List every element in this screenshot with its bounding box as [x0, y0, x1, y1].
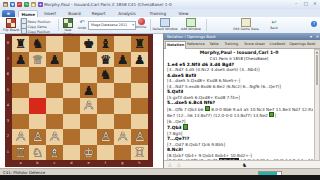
- flip-board-icon: [6, 18, 16, 28]
- online-button[interactable]: Online: [134, 18, 148, 30]
- close-button[interactable]: ×: [311, 1, 319, 7]
- square-e2[interactable]: [80, 129, 97, 145]
- maximize-button[interactable]: □: [302, 1, 310, 7]
- black-pawn: ♟: [49, 52, 60, 68]
- print-icon[interactable]: ▣: [31, 2, 36, 7]
- board-icon[interactable]: ▦: [3, 2, 8, 7]
- square-a1[interactable]: ♖: [12, 145, 29, 161]
- square-a4[interactable]: [12, 98, 29, 114]
- redo-icon[interactable]: ↷: [24, 2, 29, 7]
- black-rook: ♜: [134, 36, 145, 52]
- notation-tab-training[interactable]: Training: [222, 41, 241, 48]
- white-king: ♔: [83, 145, 94, 161]
- square-h1[interactable]: ♖: [131, 145, 148, 161]
- board-panel: ♜♞♚♝♜♟♕♟♛♟♟♞♟♙♙♙♙♙♙♙♖♘♗♔♖ 87654321 abcde…: [0, 33, 163, 168]
- back-button[interactable]: ↩ Back: [266, 18, 282, 31]
- file-label-b: b: [29, 161, 46, 165]
- new-icon[interactable]: ✦: [38, 2, 43, 7]
- square-a6[interactable]: [12, 67, 29, 83]
- ribbon-tab-view[interactable]: View: [174, 10, 192, 17]
- back-arrow-icon: ↩: [266, 18, 282, 26]
- file-label-h: h: [131, 161, 148, 165]
- square-h8[interactable]: ♜: [131, 36, 148, 52]
- square-g1[interactable]: [114, 145, 131, 161]
- square-e5[interactable]: ♟: [80, 83, 97, 99]
- notation-scrollbar[interactable]: ▲: [314, 49, 320, 163]
- annotation-triangle-icon[interactable]: △: [168, 162, 171, 167]
- square-b1[interactable]: ♘: [29, 145, 46, 161]
- notation-line[interactable]: Be7 (12...h6 13.Bxf7) (12.0-0-0 13.Bxf7)…: [167, 112, 313, 119]
- ribbon-tab-board[interactable]: Board: [64, 10, 85, 17]
- square-h2[interactable]: ♙: [131, 129, 148, 145]
- square-d6[interactable]: [63, 67, 80, 83]
- add-window-icon: [186, 18, 196, 27]
- flip-board-button[interactable]: Flip Board: [2, 18, 20, 33]
- square-g5[interactable]: [114, 83, 131, 99]
- rank-label-1: 1: [5, 150, 11, 154]
- panel-close-icon[interactable]: ✕: [316, 34, 319, 39]
- square-b8[interactable]: ♞: [29, 36, 46, 52]
- rank-label-7: 7: [5, 57, 11, 61]
- square-d2[interactable]: [63, 129, 80, 145]
- white-bishop: ♗: [49, 145, 60, 161]
- annotation-triangle-icon[interactable]: △: [177, 162, 180, 167]
- file-label-g: g: [114, 161, 131, 165]
- game-event-header: C41 Paris it 1858 [ChessBase]: [164, 56, 314, 61]
- black-pawn: ♟: [15, 52, 26, 68]
- square-c2[interactable]: ♙: [46, 129, 63, 145]
- ribbon-tab-row: ≡ HomeInsertBoardReportAnalysisTrainingV…: [0, 9, 320, 17]
- rank-label-3: 3: [5, 119, 11, 123]
- square-g2[interactable]: ♙: [114, 129, 131, 145]
- rank-label-5: 5: [5, 88, 11, 92]
- square-c7[interactable]: ♟: [46, 52, 63, 68]
- scrollbar-thumb[interactable]: [316, 55, 319, 85]
- add-window-button[interactable]: Add Window: [180, 18, 202, 32]
- black-pawn: ♟: [83, 83, 94, 99]
- white-pawn: ♙: [100, 129, 111, 145]
- white-pawn: ♙: [134, 129, 145, 145]
- black-rook: ♜: [15, 36, 26, 52]
- black-knight: ♞: [32, 36, 43, 52]
- white-pawn: ♙: [32, 129, 43, 145]
- black-king: ♚: [83, 36, 94, 52]
- square-a3[interactable]: [12, 114, 29, 130]
- default-window-button[interactable]: Default Window: [152, 18, 178, 32]
- white-pawn: ♙: [117, 129, 128, 145]
- reference-database-dropdown[interactable]: Mega Database 2011 ▾: [88, 21, 136, 30]
- file-label-a: a: [12, 161, 29, 165]
- square-g7[interactable]: ♟: [114, 52, 131, 68]
- chess-board: ♜♞♚♝♜♟♕♟♛♟♟♞♟♙♙♙♙♙♙♙♖♘♗♔♖: [12, 36, 148, 160]
- notation-tab-score-sheet[interactable]: Score sheet: [242, 41, 267, 48]
- square-d5[interactable]: [63, 83, 80, 99]
- square-c1[interactable]: ♗: [46, 145, 63, 161]
- black-pawn: ♟: [117, 52, 128, 68]
- square-c4[interactable]: [46, 98, 63, 114]
- edit-game-data-icon: [241, 18, 251, 27]
- window-title: Morphy,Paul - Isouard,Carl Paris it 1858…: [44, 2, 172, 7]
- square-d7[interactable]: [63, 52, 80, 68]
- file-menu-button[interactable]: ≡: [2, 10, 15, 17]
- white-pawn: ♙: [83, 98, 94, 114]
- undo-icon[interactable]: ↶: [17, 2, 22, 7]
- square-f4[interactable]: [97, 98, 114, 114]
- pin-icon[interactable]: ▾: [310, 34, 312, 39]
- default-window-icon: [160, 18, 170, 27]
- taskbar: [0, 175, 320, 180]
- white-pawn: ♙: [15, 129, 26, 145]
- square-g4[interactable]: [114, 98, 131, 114]
- square-f6[interactable]: ♞: [97, 67, 114, 83]
- square-b2[interactable]: ♙: [29, 129, 46, 145]
- square-c6[interactable]: [46, 67, 63, 83]
- square-e8[interactable]: ♚: [80, 36, 97, 52]
- file-label-f: f: [97, 161, 114, 165]
- notation-tab-notation[interactable]: Notation: [165, 41, 186, 49]
- help-icon[interactable]: ?: [311, 21, 317, 27]
- square-f3[interactable]: [97, 114, 114, 130]
- square-a7[interactable]: ♟: [12, 52, 29, 68]
- white-knight: ♘: [32, 145, 43, 161]
- black-bishop: ♝: [100, 36, 111, 52]
- square-h5[interactable]: [131, 83, 148, 99]
- square-f2[interactable]: ♙: [97, 129, 114, 145]
- square-h4[interactable]: [131, 98, 148, 114]
- board-frame: ♜♞♚♝♜♟♕♟♛♟♟♞♟♙♙♙♙♙♙♙♖♘♗♔♖ 87654321 abcde…: [5, 34, 153, 167]
- square-h7[interactable]: ♟: [131, 52, 148, 68]
- notation-panel-title: Notation / Openings Book: [167, 34, 216, 39]
- new-game-icon: [63, 18, 73, 28]
- black-knight: ♞: [100, 67, 111, 83]
- square-b3[interactable]: [29, 114, 46, 130]
- undo-button[interactable]: ↶ Undo: [76, 18, 88, 31]
- square-e4[interactable]: ♙: [80, 98, 97, 114]
- file-label-c: c: [46, 161, 63, 165]
- square-e7[interactable]: [80, 52, 97, 68]
- square-f5[interactable]: [97, 83, 114, 99]
- annotation-square-icon: [183, 124, 188, 129]
- rank-label-2: 2: [5, 134, 11, 138]
- square-g6[interactable]: [114, 67, 131, 83]
- square-b4[interactable]: [29, 98, 46, 114]
- notation-tab-livebook[interactable]: LiveBook: [268, 41, 287, 48]
- square-b6[interactable]: [29, 67, 46, 83]
- minimize-button[interactable]: –: [292, 1, 300, 7]
- square-d1[interactable]: [63, 145, 80, 161]
- ribbon-tab-training[interactable]: Training: [143, 10, 172, 17]
- square-a2[interactable]: ♙: [12, 129, 29, 145]
- square-c5[interactable]: [46, 83, 63, 99]
- undo-arrow-icon: ↶: [76, 18, 88, 26]
- notation-tabs: NotationReferenceTableTrainingScore shee…: [164, 40, 320, 49]
- square-e6[interactable]: [80, 67, 97, 83]
- black-queen: ♛: [100, 52, 111, 68]
- white-queen: ♕: [32, 52, 43, 68]
- square-f8[interactable]: ♝: [97, 36, 114, 52]
- square-h6[interactable]: [131, 67, 148, 83]
- square-a5[interactable]: [12, 83, 29, 99]
- ribbon-tab-report[interactable]: Report: [87, 10, 111, 17]
- ribbon: Flip Board Paste Position Copy Game Copy…: [0, 17, 320, 34]
- rank-label-6: 6: [5, 72, 11, 76]
- ribbon-tab-insert[interactable]: Insert: [38, 10, 62, 17]
- square-c8[interactable]: [46, 36, 63, 52]
- game-players-header: Morphy,Paul - Isouard,Carl 1-0: [164, 50, 314, 55]
- notation-line[interactable]: [6...Qf6 7.Qb3 b6 8.0-0 Bb6 9.a4 a5 10.N…: [167, 106, 313, 113]
- square-d3[interactable]: [63, 114, 80, 130]
- rank-label-4: 4: [5, 103, 11, 107]
- online-globe-icon: [138, 18, 145, 25]
- notation-panel: Notation / Openings Book ▾ ✕ NotationRef…: [163, 33, 320, 168]
- ribbon-tab-analysis[interactable]: Analysis: [113, 10, 142, 17]
- white-rook: ♖: [134, 145, 145, 161]
- square-g3[interactable]: [114, 114, 131, 130]
- rank-label-8: 8: [5, 41, 11, 45]
- square-c3[interactable]: [46, 114, 63, 130]
- edit-game-data-button[interactable]: Edit Game Data: [230, 18, 262, 32]
- black-pawn: ♟: [134, 52, 145, 68]
- white-pawn: ♙: [49, 129, 60, 145]
- notation-panel-titlebar[interactable]: Notation / Openings Book ▾ ✕: [164, 33, 320, 40]
- notation-tab-table[interactable]: Table: [207, 41, 221, 48]
- scroll-up-arrow[interactable]: ▲: [315, 50, 319, 54]
- notation-tab-reference[interactable]: Reference: [185, 41, 206, 48]
- notation-tab-openings-book[interactable]: Openings Book: [288, 41, 317, 48]
- square-d8[interactable]: [63, 36, 80, 52]
- square-a8[interactable]: ♜: [12, 36, 29, 52]
- file-label-e: e: [80, 161, 97, 165]
- square-b7[interactable]: ♕: [29, 52, 46, 68]
- square-d4[interactable]: [63, 98, 80, 114]
- square-e1[interactable]: ♔: [80, 145, 97, 161]
- square-b5[interactable]: [29, 83, 46, 99]
- notation-line[interactable]: 7.Qb3: [167, 124, 313, 131]
- square-f1[interactable]: [97, 145, 114, 161]
- file-label-d: d: [63, 161, 80, 165]
- white-rook: ♖: [15, 145, 26, 161]
- save-icon[interactable]: ▼: [10, 2, 15, 7]
- square-h3[interactable]: [131, 114, 148, 130]
- square-g8[interactable]: [114, 36, 131, 52]
- knight-annotation-icon[interactable]: ♞: [242, 162, 247, 168]
- square-e3[interactable]: [80, 114, 97, 130]
- square-f7[interactable]: ♛: [97, 52, 114, 68]
